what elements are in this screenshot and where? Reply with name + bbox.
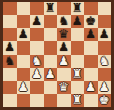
square-d2[interactable] — [44, 81, 58, 94]
piece-white-rook: ♜ — [71, 68, 85, 81]
square-b4[interactable] — [17, 55, 31, 68]
square-a5[interactable]: ♟ — [3, 41, 17, 54]
piece-white-knight: ♞ — [30, 55, 44, 68]
square-g8[interactable] — [84, 2, 98, 15]
piece-black-rook: ♜ — [71, 2, 85, 15]
square-a4[interactable]: ♞ — [3, 55, 17, 68]
square-b7[interactable] — [17, 15, 31, 28]
square-f1[interactable]: ♜ — [71, 94, 85, 107]
square-h1[interactable]: ♚ — [98, 94, 112, 107]
square-h8[interactable] — [98, 2, 112, 15]
piece-black-pawn: ♟ — [84, 28, 98, 41]
square-f2[interactable] — [71, 81, 85, 94]
square-d3[interactable]: ♟ — [44, 68, 58, 81]
board-frame: ♜♜♟♞♟♚♟♛♟♟♟♟♞♞♟♞♟♟♜♟♛♟♟♜♚ — [0, 0, 114, 110]
square-b2[interactable]: ♟ — [17, 81, 31, 94]
square-f5[interactable] — [71, 41, 85, 54]
square-e4[interactable]: ♟ — [57, 55, 71, 68]
square-b6[interactable]: ♟ — [17, 28, 31, 41]
piece-black-pawn: ♟ — [17, 28, 31, 41]
square-g5[interactable] — [84, 41, 98, 54]
square-d7[interactable] — [44, 15, 58, 28]
piece-black-pawn: ♟ — [57, 41, 71, 54]
square-c6[interactable] — [30, 28, 44, 41]
square-h5[interactable] — [98, 41, 112, 54]
piece-white-rook: ♜ — [71, 94, 85, 107]
square-f6[interactable] — [71, 28, 85, 41]
square-d8[interactable]: ♜ — [44, 2, 58, 15]
square-d5[interactable] — [44, 41, 58, 54]
piece-white-pawn: ♟ — [57, 55, 71, 68]
square-e1[interactable] — [57, 94, 71, 107]
square-g1[interactable] — [84, 94, 98, 107]
square-e5[interactable]: ♟ — [57, 41, 71, 54]
square-b3[interactable] — [17, 68, 31, 81]
square-h6[interactable]: ♟ — [98, 28, 112, 41]
square-b8[interactable] — [17, 2, 31, 15]
square-g2[interactable]: ♟ — [84, 81, 98, 94]
piece-black-knight: ♞ — [57, 15, 71, 28]
square-f4[interactable] — [71, 55, 85, 68]
square-b5[interactable] — [17, 41, 31, 54]
square-g6[interactable]: ♟ — [84, 28, 98, 41]
square-e8[interactable] — [57, 2, 71, 15]
square-h2[interactable]: ♟ — [98, 81, 112, 94]
square-a6[interactable] — [3, 28, 17, 41]
square-f8[interactable]: ♜ — [71, 2, 85, 15]
piece-black-knight: ♞ — [3, 55, 17, 68]
piece-white-knight: ♞ — [98, 55, 112, 68]
square-h3[interactable] — [98, 68, 112, 81]
piece-black-pawn: ♟ — [30, 15, 44, 28]
square-e2[interactable]: ♛ — [57, 81, 71, 94]
square-e6[interactable]: ♛ — [57, 28, 71, 41]
square-a3[interactable] — [3, 68, 17, 81]
piece-white-pawn: ♟ — [84, 81, 98, 94]
square-g3[interactable] — [84, 68, 98, 81]
square-d6[interactable] — [44, 28, 58, 41]
piece-black-rook: ♜ — [44, 2, 58, 15]
square-a2[interactable] — [3, 81, 17, 94]
square-e7[interactable]: ♞ — [57, 15, 71, 28]
square-d1[interactable] — [44, 94, 58, 107]
square-g7[interactable]: ♚ — [84, 15, 98, 28]
square-h7[interactable] — [98, 15, 112, 28]
square-c4[interactable]: ♞ — [30, 55, 44, 68]
piece-black-pawn: ♟ — [3, 41, 17, 54]
square-g4[interactable] — [84, 55, 98, 68]
square-c5[interactable] — [30, 41, 44, 54]
square-c1[interactable] — [30, 94, 44, 107]
square-f3[interactable]: ♜ — [71, 68, 85, 81]
piece-black-queen: ♛ — [57, 28, 71, 41]
square-f7[interactable]: ♟ — [71, 15, 85, 28]
chess-board: ♜♜♟♞♟♚♟♛♟♟♟♟♞♞♟♞♟♟♜♟♛♟♟♜♚ — [3, 2, 111, 107]
square-h4[interactable]: ♞ — [98, 55, 112, 68]
piece-white-pawn: ♟ — [17, 81, 31, 94]
square-c8[interactable] — [30, 2, 44, 15]
piece-white-queen: ♛ — [57, 81, 71, 94]
piece-black-pawn: ♟ — [71, 15, 85, 28]
square-a8[interactable] — [3, 2, 17, 15]
square-c2[interactable] — [30, 81, 44, 94]
square-c7[interactable]: ♟ — [30, 15, 44, 28]
square-a7[interactable] — [3, 15, 17, 28]
piece-white-king: ♚ — [98, 94, 112, 107]
square-e3[interactable] — [57, 68, 71, 81]
square-a1[interactable] — [3, 94, 17, 107]
piece-white-pawn: ♟ — [98, 81, 112, 94]
piece-black-pawn: ♟ — [98, 28, 112, 41]
square-d4[interactable] — [44, 55, 58, 68]
piece-white-pawn: ♟ — [44, 68, 58, 81]
square-b1[interactable] — [17, 94, 31, 107]
square-c3[interactable]: ♟ — [30, 68, 44, 81]
piece-white-pawn: ♟ — [30, 68, 44, 81]
piece-black-king: ♚ — [84, 15, 98, 28]
